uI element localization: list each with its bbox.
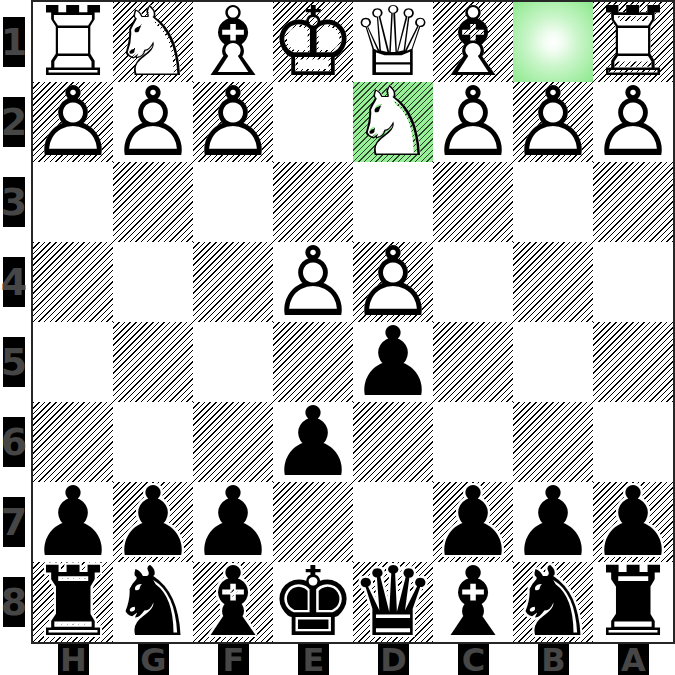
piece-black-pawn[interactable]: ♟ xyxy=(353,322,433,402)
file-label-d: D xyxy=(378,644,409,675)
square-c3[interactable] xyxy=(433,162,513,242)
piece-white-knight[interactable]: ♘ xyxy=(353,82,433,162)
piece-black-king[interactable]: ♚ xyxy=(273,562,353,642)
rank-label-1: 1 xyxy=(3,17,25,67)
square-g4[interactable] xyxy=(113,242,193,322)
piece-white-pawn[interactable]: ♙ xyxy=(113,82,193,162)
square-a4[interactable] xyxy=(593,242,673,322)
piece-white-pawn[interactable]: ♙ xyxy=(193,82,273,162)
piece-black-bishop[interactable]: ♝ xyxy=(193,562,273,642)
square-a5[interactable] xyxy=(593,322,673,402)
square-e2[interactable] xyxy=(273,82,353,162)
board-frame: ♜♖♞♘♝♗♚♔♛♕♝♗♜♖♟♙♟♙♟♙♞♘♟♙♟♙♟♙♟♙♟♙♟♟♟♟♟♟♟♟… xyxy=(31,0,675,644)
square-f8[interactable]: ♝ xyxy=(193,562,273,642)
rank-label-7: 7 xyxy=(3,497,25,547)
file-label-c: C xyxy=(458,644,489,675)
piece-white-pawn[interactable]: ♙ xyxy=(513,82,593,162)
chess-board: ♜♖♞♘♝♗♚♔♛♕♝♗♜♖♟♙♟♙♟♙♞♘♟♙♟♙♟♙♟♙♟♙♟♟♟♟♟♟♟♟… xyxy=(33,2,673,642)
square-e4[interactable]: ♟♙ xyxy=(273,242,353,322)
file-label-f: F xyxy=(218,644,249,675)
piece-black-knight[interactable]: ♞ xyxy=(113,562,193,642)
file-label-a: A xyxy=(618,644,649,675)
chess-board-screenshot: ♜♖♞♘♝♗♚♔♛♕♝♗♜♖♟♙♟♙♟♙♞♘♟♙♟♙♟♙♟♙♟♙♟♟♟♟♟♟♟♟… xyxy=(0,0,675,675)
square-f3[interactable] xyxy=(193,162,273,242)
square-a8[interactable]: ♜ xyxy=(593,562,673,642)
piece-white-pawn[interactable]: ♙ xyxy=(593,82,673,162)
square-b4[interactable] xyxy=(513,242,593,322)
file-label-g: G xyxy=(138,644,169,675)
square-h8[interactable]: ♜ xyxy=(33,562,113,642)
square-c5[interactable] xyxy=(433,322,513,402)
square-h5[interactable] xyxy=(33,322,113,402)
file-label-b: B xyxy=(538,644,569,675)
file-label-e: E xyxy=(298,644,329,675)
square-d6[interactable] xyxy=(353,402,433,482)
square-c8[interactable]: ♝ xyxy=(433,562,513,642)
square-g2[interactable]: ♟♙ xyxy=(113,82,193,162)
square-d5[interactable]: ♟ xyxy=(353,322,433,402)
rank-label-5: 5 xyxy=(3,337,25,387)
piece-white-pawn[interactable]: ♙ xyxy=(273,242,353,322)
piece-black-queen[interactable]: ♛ xyxy=(353,562,433,642)
square-g8[interactable]: ♞ xyxy=(113,562,193,642)
square-h3[interactable] xyxy=(33,162,113,242)
square-f2[interactable]: ♟♙ xyxy=(193,82,273,162)
square-e8[interactable]: ♚ xyxy=(273,562,353,642)
rank-label-4: 4 xyxy=(3,257,25,307)
square-b5[interactable] xyxy=(513,322,593,402)
square-g3[interactable] xyxy=(113,162,193,242)
square-h4[interactable] xyxy=(33,242,113,322)
piece-black-bishop[interactable]: ♝ xyxy=(433,562,513,642)
rank-label-6: 6 xyxy=(3,417,25,467)
square-b2[interactable]: ♟♙ xyxy=(513,82,593,162)
square-g5[interactable] xyxy=(113,322,193,402)
square-c2[interactable]: ♟♙ xyxy=(433,82,513,162)
square-a3[interactable] xyxy=(593,162,673,242)
rank-label-8: 8 xyxy=(3,577,25,627)
square-a2[interactable]: ♟♙ xyxy=(593,82,673,162)
piece-white-pawn[interactable]: ♙ xyxy=(433,82,513,162)
rank-label-3: 3 xyxy=(3,177,25,227)
piece-black-rook[interactable]: ♜ xyxy=(33,562,113,642)
piece-white-king[interactable]: ♔ xyxy=(273,2,353,82)
square-d2[interactable]: ♞♘ xyxy=(353,82,433,162)
square-e6[interactable]: ♟ xyxy=(273,402,353,482)
piece-white-pawn[interactable]: ♙ xyxy=(33,82,113,162)
square-d8[interactable]: ♛ xyxy=(353,562,433,642)
piece-black-pawn[interactable]: ♟ xyxy=(273,402,353,482)
piece-black-rook[interactable]: ♜ xyxy=(593,562,673,642)
piece-black-knight[interactable]: ♞ xyxy=(513,562,593,642)
square-f4[interactable] xyxy=(193,242,273,322)
square-f5[interactable] xyxy=(193,322,273,402)
rank-label-2: 2 xyxy=(3,97,25,147)
file-label-h: H xyxy=(58,644,89,675)
square-b8[interactable]: ♞ xyxy=(513,562,593,642)
square-h2[interactable]: ♟♙ xyxy=(33,82,113,162)
square-b3[interactable] xyxy=(513,162,593,242)
square-c4[interactable] xyxy=(433,242,513,322)
square-e1[interactable]: ♚♔ xyxy=(273,2,353,82)
